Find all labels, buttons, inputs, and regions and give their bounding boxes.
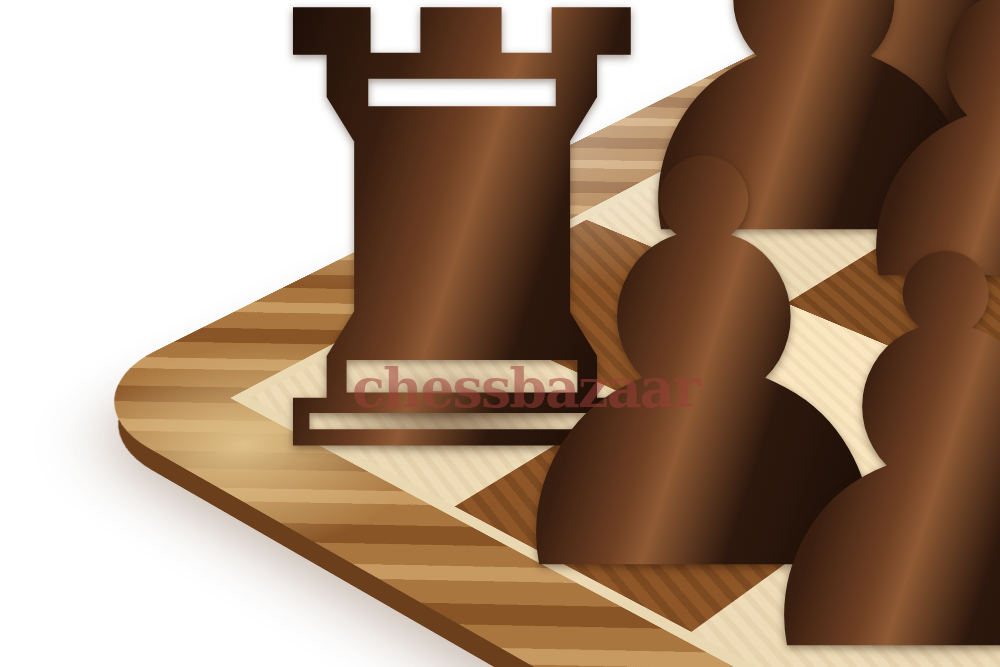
product-photo-scene: ♝♟♟♜♟♟ chessbazaar xyxy=(0,0,1000,667)
chess-piece-pawn-near-right: ♟ xyxy=(946,188,1000,667)
pawn-near-right-glyph: ♟ xyxy=(704,188,1000,667)
